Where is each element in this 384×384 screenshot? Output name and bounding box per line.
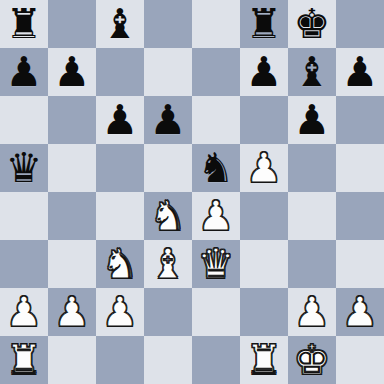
square-b7[interactable]: ♟ [48, 48, 96, 96]
square-c4[interactable] [96, 192, 144, 240]
square-f4[interactable] [240, 192, 288, 240]
piece-white-rook[interactable]: ♜ [246, 336, 283, 384]
piece-white-pawn[interactable]: ♟ [246, 144, 283, 192]
square-a3[interactable] [0, 240, 48, 288]
square-c6[interactable]: ♟ [96, 96, 144, 144]
square-h7[interactable]: ♟ [336, 48, 384, 96]
square-g6[interactable]: ♟ [288, 96, 336, 144]
square-g2[interactable]: ♟ [288, 288, 336, 336]
piece-black-king[interactable]: ♚ [294, 0, 331, 48]
piece-black-pawn[interactable]: ♟ [54, 48, 91, 96]
square-d2[interactable] [144, 288, 192, 336]
piece-black-queen[interactable]: ♛ [6, 144, 43, 192]
piece-white-pawn[interactable]: ♟ [198, 192, 235, 240]
square-b3[interactable] [48, 240, 96, 288]
piece-white-pawn[interactable]: ♟ [342, 288, 379, 336]
square-h6[interactable] [336, 96, 384, 144]
piece-black-pawn[interactable]: ♟ [6, 48, 43, 96]
piece-black-bishop[interactable]: ♝ [294, 48, 331, 96]
square-d8[interactable] [144, 0, 192, 48]
square-f6[interactable] [240, 96, 288, 144]
square-f7[interactable]: ♟ [240, 48, 288, 96]
piece-black-bishop[interactable]: ♝ [102, 0, 139, 48]
square-a6[interactable] [0, 96, 48, 144]
square-c3[interactable]: ♞ [96, 240, 144, 288]
square-h5[interactable] [336, 144, 384, 192]
square-d7[interactable] [144, 48, 192, 96]
square-e8[interactable] [192, 0, 240, 48]
square-f8[interactable]: ♜ [240, 0, 288, 48]
square-e6[interactable] [192, 96, 240, 144]
square-c7[interactable] [96, 48, 144, 96]
square-d4[interactable]: ♞ [144, 192, 192, 240]
square-b2[interactable]: ♟ [48, 288, 96, 336]
square-c2[interactable]: ♟ [96, 288, 144, 336]
square-b6[interactable] [48, 96, 96, 144]
square-e7[interactable] [192, 48, 240, 96]
square-h8[interactable] [336, 0, 384, 48]
square-c1[interactable] [96, 336, 144, 384]
piece-black-pawn[interactable]: ♟ [342, 48, 379, 96]
square-a4[interactable] [0, 192, 48, 240]
piece-black-rook[interactable]: ♜ [6, 0, 43, 48]
piece-black-rook[interactable]: ♜ [246, 0, 283, 48]
piece-black-knight[interactable]: ♞ [198, 144, 235, 192]
square-e5[interactable]: ♞ [192, 144, 240, 192]
square-d1[interactable] [144, 336, 192, 384]
piece-white-knight[interactable]: ♞ [150, 192, 187, 240]
square-g8[interactable]: ♚ [288, 0, 336, 48]
piece-white-queen[interactable]: ♛ [198, 240, 235, 288]
square-e4[interactable]: ♟ [192, 192, 240, 240]
piece-white-king[interactable]: ♚ [294, 336, 331, 384]
square-a1[interactable]: ♜ [0, 336, 48, 384]
square-a7[interactable]: ♟ [0, 48, 48, 96]
square-e2[interactable] [192, 288, 240, 336]
piece-white-knight[interactable]: ♞ [102, 240, 139, 288]
square-f2[interactable] [240, 288, 288, 336]
square-c8[interactable]: ♝ [96, 0, 144, 48]
piece-white-pawn[interactable]: ♟ [6, 288, 43, 336]
square-e1[interactable] [192, 336, 240, 384]
square-g3[interactable] [288, 240, 336, 288]
square-b8[interactable] [48, 0, 96, 48]
piece-white-bishop[interactable]: ♝ [150, 240, 187, 288]
piece-black-pawn[interactable]: ♟ [294, 96, 331, 144]
piece-white-rook[interactable]: ♜ [6, 336, 43, 384]
square-g7[interactable]: ♝ [288, 48, 336, 96]
square-f5[interactable]: ♟ [240, 144, 288, 192]
square-g1[interactable]: ♚ [288, 336, 336, 384]
square-g4[interactable] [288, 192, 336, 240]
piece-white-pawn[interactable]: ♟ [102, 288, 139, 336]
square-a5[interactable]: ♛ [0, 144, 48, 192]
square-h1[interactable] [336, 336, 384, 384]
square-a2[interactable]: ♟ [0, 288, 48, 336]
chess-board: ♜♝♜♚♟♟♟♝♟♟♟♟♛♞♟♞♟♞♝♛♟♟♟♟♟♜♜♚ [0, 0, 384, 384]
square-g5[interactable] [288, 144, 336, 192]
piece-white-pawn[interactable]: ♟ [54, 288, 91, 336]
piece-black-pawn[interactable]: ♟ [150, 96, 187, 144]
piece-black-pawn[interactable]: ♟ [102, 96, 139, 144]
square-b1[interactable] [48, 336, 96, 384]
square-h3[interactable] [336, 240, 384, 288]
square-a8[interactable]: ♜ [0, 0, 48, 48]
piece-black-pawn[interactable]: ♟ [246, 48, 283, 96]
square-d6[interactable]: ♟ [144, 96, 192, 144]
square-d5[interactable] [144, 144, 192, 192]
square-c5[interactable] [96, 144, 144, 192]
square-b5[interactable] [48, 144, 96, 192]
square-h2[interactable]: ♟ [336, 288, 384, 336]
square-b4[interactable] [48, 192, 96, 240]
piece-white-pawn[interactable]: ♟ [294, 288, 331, 336]
square-d3[interactable]: ♝ [144, 240, 192, 288]
square-e3[interactable]: ♛ [192, 240, 240, 288]
square-f1[interactable]: ♜ [240, 336, 288, 384]
square-h4[interactable] [336, 192, 384, 240]
square-f3[interactable] [240, 240, 288, 288]
